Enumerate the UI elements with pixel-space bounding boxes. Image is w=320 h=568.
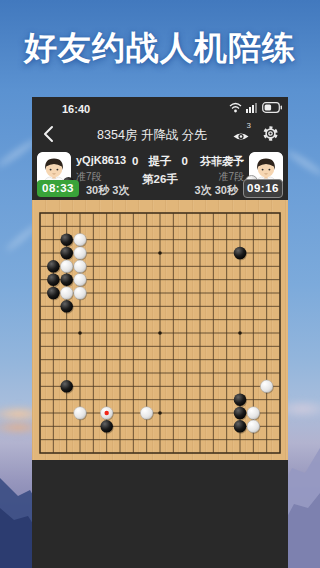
app-window: 16:40 [32,97,288,568]
stone-black [234,407,247,420]
stone-white [74,287,87,300]
stone-white [140,407,153,420]
last-move-marker [104,411,108,415]
white-captures: 0 [182,155,188,167]
room-header: 8354房 升降战 分先 3 [32,119,288,149]
room-title: 8354房 升降战 分先 [72,127,232,144]
white-timer: 09:16 [243,179,283,198]
stone-white [247,420,260,433]
stone-black [60,247,73,260]
white-player-rank: 准7段 [218,170,244,184]
back-button[interactable] [42,125,56,143]
captures-info: 0提子0 [110,154,210,169]
banner-title: 好友约战人机陪练 [0,26,320,71]
wifi-icon [229,102,242,113]
stone-white [260,380,273,393]
stone-black [60,300,73,313]
stone-white [247,407,260,420]
stone-white [74,247,87,260]
go-board[interactable] [32,200,288,460]
stone-white [60,260,73,273]
black-captures: 0 [132,155,138,167]
stone-black [234,393,247,406]
black-timer: 08:33 [37,180,79,197]
captures-label: 提子 [149,155,172,167]
spectators-button[interactable]: 3 [232,122,252,146]
stone-black [234,420,247,433]
stone-white [74,273,87,286]
stone-black [60,233,73,246]
stone-white [74,233,87,246]
cloud-wisp [286,149,320,177]
stone-white [74,407,87,420]
stone-black [234,247,247,260]
white-byoyomi: 3次 30秒 [195,183,238,198]
stone-black [47,287,60,300]
black-player-rank: 准7段 [76,170,102,184]
star-point [158,331,162,335]
settings-button[interactable] [262,125,279,142]
white-player-name: 芬菲袭予 [200,154,244,169]
status-time: 16:40 [62,103,90,115]
stone-black [60,273,73,286]
stone-black [100,420,113,433]
black-byoyomi: 30秒 3次 [86,183,129,198]
stone-white [60,287,73,300]
star-point [78,331,82,335]
stone-black [47,260,60,273]
spectator-count: 3 [247,121,251,130]
stone-white [74,260,87,273]
star-point [158,411,162,415]
signal-icon [246,102,258,113]
screenshot-root: 好友约战人机陪练 16:40 [0,0,320,568]
eye-icon [232,130,250,143]
stone-black [60,380,73,393]
stone-black [47,273,60,286]
status-bar: 16:40 [32,97,288,119]
status-icons [229,102,282,113]
board-grid[interactable] [40,213,280,453]
battery-icon [262,102,282,113]
star-point [158,251,162,255]
star-point [238,331,242,335]
